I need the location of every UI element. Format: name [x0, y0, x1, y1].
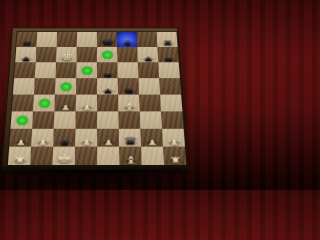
- square-e4[interactable]: [97, 95, 118, 112]
- square-a4[interactable]: [12, 95, 34, 112]
- legal-move-dot-a3[interactable]: [16, 115, 28, 124]
- legal-move-dot-e7[interactable]: [102, 50, 113, 58]
- black-pawn-h7[interactable]: ♟: [164, 52, 174, 63]
- square-a3[interactable]: [10, 111, 33, 128]
- square-c2[interactable]: ♝: [53, 129, 75, 147]
- square-c7[interactable]: ♛: [56, 47, 77, 62]
- square-b2[interactable]: ♟: [31, 129, 54, 147]
- white-pawn-h2[interactable]: ♟: [169, 135, 179, 147]
- square-b4[interactable]: [33, 95, 55, 112]
- square-f2[interactable]: ♛: [119, 129, 141, 147]
- square-g4[interactable]: [139, 95, 161, 112]
- square-d2[interactable]: ♟: [75, 129, 97, 147]
- square-f4[interactable]: ♝: [118, 95, 140, 112]
- square-d3[interactable]: [75, 111, 97, 128]
- square-e3[interactable]: [97, 111, 119, 128]
- white-pawn-d4[interactable]: ♟: [81, 100, 91, 111]
- square-h5[interactable]: [159, 78, 181, 94]
- square-h7[interactable]: ♟: [157, 47, 178, 62]
- square-c8[interactable]: [57, 32, 77, 47]
- square-b1[interactable]: [30, 147, 53, 165]
- square-f7[interactable]: [117, 47, 138, 62]
- black-rook-a8[interactable]: ♜: [21, 34, 32, 46]
- square-b5[interactable]: [34, 78, 56, 94]
- square-c5[interactable]: [55, 78, 76, 94]
- square-g8[interactable]: [137, 32, 158, 47]
- board-floor-shadow: [0, 170, 190, 190]
- white-bishop-f4[interactable]: ♝: [122, 97, 135, 112]
- square-b8[interactable]: [36, 32, 57, 47]
- legal-move-dot-b4[interactable]: [38, 99, 49, 108]
- black-rook-h8[interactable]: ♜: [162, 34, 173, 46]
- square-b7[interactable]: [36, 47, 57, 62]
- square-e2[interactable]: ♟: [97, 129, 119, 147]
- square-h4[interactable]: [160, 95, 182, 112]
- square-a1[interactable]: ♜: [8, 147, 31, 165]
- square-b3[interactable]: [32, 111, 54, 128]
- white-pawn-e2[interactable]: ♟: [103, 135, 113, 147]
- white-bishop-f1[interactable]: ♝: [124, 150, 138, 165]
- square-e8[interactable]: ♚: [97, 32, 117, 47]
- square-b6[interactable]: [35, 62, 56, 78]
- white-pawn-b2[interactable]: ♟: [37, 135, 47, 147]
- square-f3[interactable]: [118, 111, 140, 128]
- legal-move-dot-d6[interactable]: [81, 66, 92, 74]
- white-pawn-d2[interactable]: ♟: [81, 135, 91, 147]
- black-pawn-e5[interactable]: ♟: [103, 84, 113, 95]
- square-g1[interactable]: [141, 147, 164, 165]
- black-pawn-e6[interactable]: ♟: [102, 67, 112, 78]
- black-queen-f2[interactable]: ♛: [123, 130, 138, 147]
- square-f1[interactable]: ♝: [119, 147, 142, 165]
- white-rook-a1[interactable]: ♜: [13, 151, 25, 165]
- board-grid: ♜♚♝♜♟♛♟♟♟♟♞♟♟♝♟♟♝♟♟♛♟♟♜♚♝♜: [7, 31, 188, 166]
- white-pawn-a2[interactable]: ♟: [15, 135, 25, 147]
- square-g3[interactable]: [140, 111, 162, 128]
- square-c1[interactable]: ♚: [52, 147, 75, 165]
- white-rook-h1[interactable]: ♜: [169, 151, 181, 165]
- square-d8[interactable]: [77, 32, 97, 47]
- square-h2[interactable]: ♟: [162, 129, 185, 147]
- square-d4[interactable]: ♟: [76, 95, 97, 112]
- square-c6[interactable]: [56, 62, 77, 78]
- square-e5[interactable]: ♟: [97, 78, 118, 94]
- white-king-c1[interactable]: ♚: [56, 147, 72, 165]
- square-f6[interactable]: [117, 62, 138, 78]
- white-pawn-c4[interactable]: ♟: [60, 100, 70, 111]
- chessboard-3d: ♜♚♝♜♟♛♟♟♟♟♞♟♟♝♟♟♝♟♟♛♟♟♜♚♝♜: [1, 28, 188, 167]
- black-pawn-g7[interactable]: ♟: [143, 52, 153, 63]
- square-c3[interactable]: [54, 111, 76, 128]
- black-bishop-c2[interactable]: ♝: [57, 131, 71, 146]
- square-d7[interactable]: [77, 47, 97, 62]
- white-queen-c7[interactable]: ♛: [59, 47, 73, 63]
- square-g2[interactable]: ♟: [140, 129, 163, 147]
- black-king-e8[interactable]: ♚: [100, 31, 115, 47]
- square-e6[interactable]: ♟: [97, 62, 118, 78]
- square-g6[interactable]: [138, 62, 159, 78]
- square-h6[interactable]: [158, 62, 180, 78]
- square-g7[interactable]: ♟: [137, 47, 158, 62]
- square-a5[interactable]: [13, 78, 35, 94]
- chess-scene: ♜♚♝♜♟♛♟♟♟♟♞♟♟♝♟♟♝♟♟♛♟♟♜♚♝♜: [0, 0, 190, 190]
- square-h1[interactable]: ♜: [163, 147, 186, 165]
- board-frame: ♜♚♝♜♟♛♟♟♟♟♞♟♟♝♟♟♝♟♟♛♟♟♜♚♝♜: [1, 28, 188, 167]
- square-a2[interactable]: ♟: [9, 129, 32, 147]
- black-bishop-f8[interactable]: ♝: [121, 33, 133, 47]
- app-background: { "game": "chess", "scene": { "descripti…: [0, 0, 190, 190]
- square-d6[interactable]: [76, 62, 97, 78]
- square-d1[interactable]: [75, 147, 97, 165]
- legal-move-dot-c5[interactable]: [60, 82, 71, 91]
- square-c4[interactable]: ♟: [54, 95, 76, 112]
- square-a7[interactable]: ♟: [15, 47, 36, 62]
- square-f5[interactable]: ♞: [118, 78, 139, 94]
- square-h3[interactable]: [161, 111, 184, 128]
- square-a6[interactable]: [14, 62, 36, 78]
- square-e1[interactable]: [97, 147, 119, 165]
- black-knight-f5[interactable]: ♞: [122, 81, 135, 95]
- black-pawn-a7[interactable]: ♟: [21, 52, 31, 63]
- square-f8[interactable]: ♝: [117, 32, 137, 47]
- square-e7[interactable]: [97, 47, 117, 62]
- square-d5[interactable]: [76, 78, 97, 94]
- square-g5[interactable]: [138, 78, 160, 94]
- white-pawn-g2[interactable]: ♟: [147, 135, 157, 147]
- square-a8[interactable]: ♜: [16, 32, 37, 47]
- square-h8[interactable]: ♜: [157, 32, 178, 47]
